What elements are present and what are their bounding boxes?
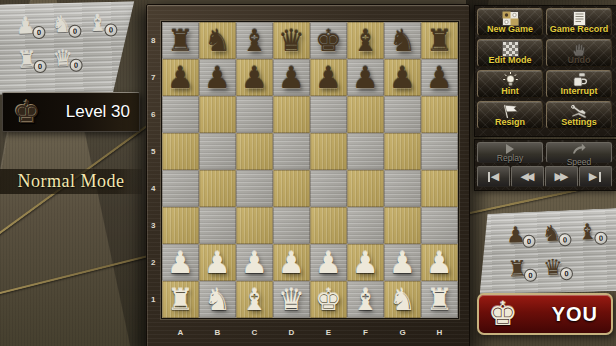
fast-forward-button[interactable]: ▶▶ xyxy=(545,166,578,187)
square-c4[interactable] xyxy=(236,170,273,207)
square-d4[interactable] xyxy=(273,170,310,207)
count-badge: 0 xyxy=(69,59,82,72)
white-king[interactable]: ♚ xyxy=(310,281,347,318)
chess-app-window: ♟0♞0♝0 ♜0♛0 ♚ Level 30 Normal Mode ♜♞♝♛♚… xyxy=(0,0,616,346)
count-badge: 0 xyxy=(33,60,46,73)
white-pawn[interactable]: ♟ xyxy=(384,244,421,281)
rank-label-1: 1 xyxy=(151,281,161,318)
square-f8[interactable]: ♝ xyxy=(347,22,384,59)
edit-mode-button[interactable]: Edit Mode xyxy=(477,39,543,67)
hint-label: Hint xyxy=(501,86,519,96)
square-h1[interactable]: ♜ xyxy=(421,281,458,318)
square-f4[interactable] xyxy=(347,170,384,207)
file-label-d: D xyxy=(273,321,310,343)
rank-label-6: 6 xyxy=(151,96,161,133)
count-badge: 0 xyxy=(522,235,536,249)
white-rook[interactable]: ♜ xyxy=(162,281,199,318)
captured-tray-row: ♟0♞0♝0 xyxy=(476,208,616,250)
square-f1[interactable]: ♝ xyxy=(347,281,384,318)
rank-label-8: 8 xyxy=(151,22,161,59)
step-forward-icon: ▶ xyxy=(589,166,597,187)
square-d6[interactable] xyxy=(273,96,310,133)
game-record-button[interactable]: Game Record xyxy=(546,8,612,36)
speed-arrow-icon xyxy=(572,140,586,158)
black-king[interactable]: ♚ xyxy=(310,22,347,59)
replay-label: Replay xyxy=(497,154,523,162)
black-pawn[interactable]: ♟ xyxy=(273,59,310,96)
captured-black-knight-counter: ♞0 xyxy=(539,219,565,247)
square-g4[interactable] xyxy=(384,170,421,207)
interrupt-button[interactable]: Interrupt xyxy=(546,70,612,98)
white-bishop[interactable]: ♝ xyxy=(236,281,273,318)
white-queen[interactable]: ♛ xyxy=(273,281,310,318)
square-a8[interactable]: ♜ xyxy=(162,22,199,59)
count-badge: 0 xyxy=(558,233,572,247)
bar-icon xyxy=(488,172,490,182)
square-e6[interactable] xyxy=(310,96,347,133)
resign-button[interactable]: Resign xyxy=(477,101,543,129)
rank-label-5: 5 xyxy=(151,133,161,170)
undo-button[interactable]: Undo xyxy=(546,39,612,67)
square-b8[interactable]: ♞ xyxy=(199,22,236,59)
replay-button[interactable]: Replay xyxy=(477,142,543,163)
captured-black-rook-counter: ♜0 xyxy=(504,255,530,283)
white-knight[interactable]: ♞ xyxy=(384,281,421,318)
chess-board-frame: ♜♞♝♛♚♝♞♜♟♟♟♟♟♟♟♟♟♟♟♟♟♟♟♟♜♞♝♛♚♝♞♜ 8765432… xyxy=(146,4,470,346)
square-g5[interactable] xyxy=(384,133,421,170)
black-knight[interactable]: ♞ xyxy=(384,22,421,59)
captured-white-queen-counter: ♛0 xyxy=(50,45,76,73)
black-pawn[interactable]: ♟ xyxy=(199,59,236,96)
white-pawn[interactable]: ♟ xyxy=(347,244,384,281)
square-c3[interactable] xyxy=(236,207,273,244)
square-b5[interactable] xyxy=(199,133,236,170)
settings-label: Settings xyxy=(561,117,597,127)
square-h3[interactable] xyxy=(421,207,458,244)
captured-black-bishop-counter: ♝0 xyxy=(575,218,601,246)
white-pawn[interactable]: ♟ xyxy=(236,244,273,281)
square-f6[interactable] xyxy=(347,96,384,133)
skip-to-start-button[interactable]: ◀ xyxy=(477,166,510,187)
square-b6[interactable] xyxy=(199,96,236,133)
square-f5[interactable] xyxy=(347,133,384,170)
square-c2[interactable]: ♟ xyxy=(236,244,273,281)
square-e8[interactable]: ♚ xyxy=(310,22,347,59)
player-panel: ♚ YOU xyxy=(477,293,613,335)
black-pawn[interactable]: ♟ xyxy=(162,59,199,96)
count-badge: 0 xyxy=(32,26,45,39)
square-d8[interactable]: ♛ xyxy=(273,22,310,59)
edit-mode-label: Edit Mode xyxy=(489,55,532,65)
captured-black-pieces-tray: ♟0♞0♝0 ♜0♛0 xyxy=(476,208,616,297)
fast-forward-icon: ▶▶ xyxy=(555,166,566,187)
count-badge: 0 xyxy=(560,267,574,281)
settings-button[interactable]: Settings xyxy=(546,101,612,129)
square-b3[interactable] xyxy=(199,207,236,244)
black-rook[interactable]: ♜ xyxy=(421,22,458,59)
captured-white-knight-counter: ♞0 xyxy=(49,11,75,39)
captured-black-queen-counter: ♛0 xyxy=(540,253,566,281)
file-label-f: F xyxy=(347,321,384,343)
player-label: YOU xyxy=(552,303,598,326)
file-label-a: A xyxy=(162,321,199,343)
square-e1[interactable]: ♚ xyxy=(310,281,347,318)
bar-icon xyxy=(599,172,601,182)
game-mode-banner: Normal Mode xyxy=(0,169,142,194)
square-h6[interactable] xyxy=(421,96,458,133)
square-a5[interactable] xyxy=(162,133,199,170)
black-pawn[interactable]: ♟ xyxy=(421,59,458,96)
black-rook[interactable]: ♜ xyxy=(162,22,199,59)
square-g6[interactable] xyxy=(384,96,421,133)
square-d5[interactable] xyxy=(273,133,310,170)
square-a1[interactable]: ♜ xyxy=(162,281,199,318)
square-e2[interactable]: ♟ xyxy=(310,244,347,281)
speed-label: Speed xyxy=(567,158,592,166)
black-pawn[interactable]: ♟ xyxy=(310,59,347,96)
step-back-icon: ◀ xyxy=(491,166,499,187)
captured-tray-row: ♟0♞0♝0 xyxy=(0,0,140,41)
square-g1[interactable]: ♞ xyxy=(384,281,421,318)
white-pawn[interactable]: ♟ xyxy=(310,244,347,281)
captured-white-bishop-counter: ♝0 xyxy=(85,10,111,38)
square-b1[interactable]: ♞ xyxy=(199,281,236,318)
square-h2[interactable]: ♟ xyxy=(421,244,458,281)
white-pawn[interactable]: ♟ xyxy=(199,244,236,281)
black-pawn[interactable]: ♟ xyxy=(384,59,421,96)
file-label-b: B xyxy=(199,321,236,343)
white-knight[interactable]: ♞ xyxy=(199,281,236,318)
count-badge: 0 xyxy=(104,23,117,36)
black-pawn[interactable]: ♟ xyxy=(236,59,273,96)
square-h8[interactable]: ♜ xyxy=(421,22,458,59)
black-bishop[interactable]: ♝ xyxy=(347,22,384,59)
rank-label-3: 3 xyxy=(151,207,161,244)
white-rook[interactable]: ♜ xyxy=(421,281,458,318)
square-e3[interactable] xyxy=(310,207,347,244)
square-a7[interactable]: ♟ xyxy=(162,59,199,96)
square-a3[interactable] xyxy=(162,207,199,244)
resign-label: Resign xyxy=(495,117,525,127)
game-mode-label: Normal Mode xyxy=(18,171,125,192)
chess-board: ♜♞♝♛♚♝♞♜♟♟♟♟♟♟♟♟♟♟♟♟♟♟♟♟♜♞♝♛♚♝♞♜ xyxy=(162,22,458,318)
square-e4[interactable] xyxy=(310,170,347,207)
square-d7[interactable]: ♟ xyxy=(273,59,310,96)
captured-black-pawn-counter: ♟0 xyxy=(503,221,529,249)
game-record-label: Game Record xyxy=(550,24,609,34)
white-pawn[interactable]: ♟ xyxy=(273,244,310,281)
black-knight[interactable]: ♞ xyxy=(199,22,236,59)
menu-button-grid: New Game Game Record Edit Mode xyxy=(477,8,612,129)
square-c1[interactable]: ♝ xyxy=(236,281,273,318)
square-c8[interactable]: ♝ xyxy=(236,22,273,59)
square-d2[interactable]: ♟ xyxy=(273,244,310,281)
rank-label-2: 2 xyxy=(151,244,161,281)
rewind-icon: ◀◀ xyxy=(521,166,532,187)
black-pawn[interactable]: ♟ xyxy=(347,59,384,96)
square-f7[interactable]: ♟ xyxy=(347,59,384,96)
square-a6[interactable] xyxy=(162,96,199,133)
new-game-label: New Game xyxy=(487,24,533,34)
captured-tray-row: ♜0♛0 xyxy=(478,244,616,284)
white-bishop[interactable]: ♝ xyxy=(347,281,384,318)
square-g7[interactable]: ♟ xyxy=(384,59,421,96)
square-g8[interactable]: ♞ xyxy=(384,22,421,59)
white-pawn[interactable]: ♟ xyxy=(162,244,199,281)
square-e7[interactable]: ♟ xyxy=(310,59,347,96)
square-a2[interactable]: ♟ xyxy=(162,244,199,281)
square-c6[interactable] xyxy=(236,96,273,133)
black-queen[interactable]: ♛ xyxy=(273,22,310,59)
replay-controls: Replay Speed xyxy=(477,142,612,163)
opponent-level-panel: ♚ Level 30 xyxy=(2,92,140,132)
black-king-icon: ♚ xyxy=(13,93,41,131)
square-b4[interactable] xyxy=(199,170,236,207)
playback-controls: ◀ ◀◀ ▶▶ ▶ xyxy=(477,166,612,187)
new-game-button[interactable]: New Game xyxy=(477,8,543,36)
square-c7[interactable]: ♟ xyxy=(236,59,273,96)
square-h7[interactable]: ♟ xyxy=(421,59,458,96)
square-e5[interactable] xyxy=(310,133,347,170)
file-label-c: C xyxy=(236,321,273,343)
square-h5[interactable] xyxy=(421,133,458,170)
undo-label: Undo xyxy=(568,55,591,65)
captured-white-pawn-counter: ♟0 xyxy=(13,12,39,40)
captured-white-rook-counter: ♜0 xyxy=(14,46,40,74)
square-a4[interactable] xyxy=(162,170,199,207)
square-c5[interactable] xyxy=(236,133,273,170)
square-g3[interactable] xyxy=(384,207,421,244)
square-d1[interactable]: ♛ xyxy=(273,281,310,318)
black-bishop[interactable]: ♝ xyxy=(236,22,273,59)
file-label-h: H xyxy=(421,321,458,343)
hint-button[interactable]: Hint xyxy=(477,70,543,98)
white-pawn[interactable]: ♟ xyxy=(421,244,458,281)
square-f3[interactable] xyxy=(347,207,384,244)
white-king-icon: ♚ xyxy=(488,295,518,333)
count-badge: 0 xyxy=(594,231,608,245)
speed-button[interactable]: Speed xyxy=(546,142,612,163)
file-label-e: E xyxy=(310,321,347,343)
square-b2[interactable]: ♟ xyxy=(199,244,236,281)
square-g2[interactable]: ♟ xyxy=(384,244,421,281)
square-b7[interactable]: ♟ xyxy=(199,59,236,96)
skip-to-end-button[interactable]: ▶ xyxy=(579,166,612,187)
square-d3[interactable] xyxy=(273,207,310,244)
interrupt-label: Interrupt xyxy=(561,86,598,96)
count-badge: 0 xyxy=(524,269,538,283)
rank-label-4: 4 xyxy=(151,170,161,207)
opponent-level-label: Level 30 xyxy=(66,102,130,122)
square-h4[interactable] xyxy=(421,170,458,207)
square-f2[interactable]: ♟ xyxy=(347,244,384,281)
file-label-g: G xyxy=(384,321,421,343)
rank-label-7: 7 xyxy=(151,59,161,96)
count-badge: 0 xyxy=(68,25,81,38)
rewind-button[interactable]: ◀◀ xyxy=(511,166,544,187)
